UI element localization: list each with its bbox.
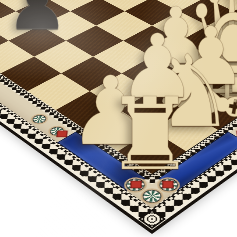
- black-pawn[interactable]: ♟: [6, 0, 69, 40]
- white-rook[interactable]: ♜: [105, 85, 195, 185]
- corner-target-motif: [138, 209, 166, 229]
- star-mosaic-bottom-3: [30, 113, 49, 125]
- photo-background: ♟ ♛ ♟ ♚ ♝ ♟ ♞ ♟ ♟ ♜: [0, 0, 237, 237]
- red-inlay-diamond-2: [56, 131, 67, 138]
